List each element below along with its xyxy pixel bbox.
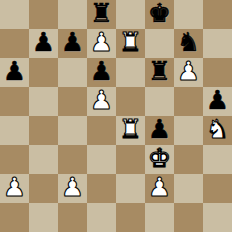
square-f1[interactable] [145,203,174,232]
piece-black-pawn[interactable]: ♟ [3,57,26,86]
square-b3[interactable] [29,145,58,174]
square-a5[interactable] [0,87,29,116]
piece-black-king[interactable]: ♚ [148,0,171,28]
square-b2[interactable] [29,174,58,203]
square-b5[interactable] [29,87,58,116]
square-e6[interactable] [116,58,145,87]
square-c1[interactable] [58,203,87,232]
piece-white-pawn[interactable]: ♟ [90,28,113,57]
piece-white-pawn[interactable]: ♟ [148,173,171,202]
square-a1[interactable] [0,203,29,232]
square-c8[interactable] [58,0,87,29]
square-g2[interactable] [174,174,203,203]
square-c4[interactable] [58,116,87,145]
square-e7[interactable]: ♜ [116,29,145,58]
square-h1[interactable] [203,203,232,232]
piece-white-knight[interactable]: ♞ [206,115,229,144]
square-g3[interactable] [174,145,203,174]
square-h5[interactable]: ♟ [203,87,232,116]
chess-board: ♜♚♟♟♟♜♞♟♟♜♟♟♟♜♟♞♚♟♟♟ [0,0,232,232]
square-h8[interactable] [203,0,232,29]
piece-white-king[interactable]: ♚ [148,144,171,173]
piece-white-pawn[interactable]: ♟ [177,57,200,86]
piece-black-pawn[interactable]: ♟ [206,86,229,115]
square-h6[interactable] [203,58,232,87]
square-a6[interactable]: ♟ [0,58,29,87]
square-d2[interactable] [87,174,116,203]
square-g1[interactable] [174,203,203,232]
square-c6[interactable] [58,58,87,87]
square-f7[interactable] [145,29,174,58]
square-g6[interactable]: ♟ [174,58,203,87]
square-f6[interactable]: ♜ [145,58,174,87]
piece-black-pawn[interactable]: ♟ [32,28,55,57]
square-a3[interactable] [0,145,29,174]
square-g5[interactable] [174,87,203,116]
square-f8[interactable]: ♚ [145,0,174,29]
square-f2[interactable]: ♟ [145,174,174,203]
square-e8[interactable] [116,0,145,29]
square-e5[interactable] [116,87,145,116]
piece-black-rook[interactable]: ♜ [90,0,113,28]
square-b8[interactable] [29,0,58,29]
piece-black-pawn[interactable]: ♟ [90,57,113,86]
piece-white-pawn[interactable]: ♟ [90,86,113,115]
square-f3[interactable]: ♚ [145,145,174,174]
square-c3[interactable] [58,145,87,174]
piece-black-knight[interactable]: ♞ [177,28,200,57]
square-e1[interactable] [116,203,145,232]
square-d4[interactable] [87,116,116,145]
square-e3[interactable] [116,145,145,174]
piece-white-pawn[interactable]: ♟ [61,173,84,202]
square-b6[interactable] [29,58,58,87]
square-c7[interactable]: ♟ [58,29,87,58]
square-a8[interactable] [0,0,29,29]
square-a7[interactable] [0,29,29,58]
piece-black-rook[interactable]: ♜ [148,57,171,86]
square-c5[interactable] [58,87,87,116]
square-c2[interactable]: ♟ [58,174,87,203]
square-g4[interactable] [174,116,203,145]
piece-white-pawn[interactable]: ♟ [3,173,26,202]
piece-white-rook[interactable]: ♜ [119,28,142,57]
piece-black-pawn[interactable]: ♟ [61,28,84,57]
square-h4[interactable]: ♞ [203,116,232,145]
square-d7[interactable]: ♟ [87,29,116,58]
square-d3[interactable] [87,145,116,174]
square-g8[interactable] [174,0,203,29]
square-d8[interactable]: ♜ [87,0,116,29]
square-f5[interactable] [145,87,174,116]
square-a2[interactable]: ♟ [0,174,29,203]
square-a4[interactable] [0,116,29,145]
square-h3[interactable] [203,145,232,174]
square-f4[interactable]: ♟ [145,116,174,145]
square-h7[interactable] [203,29,232,58]
square-b1[interactable] [29,203,58,232]
square-b7[interactable]: ♟ [29,29,58,58]
piece-black-pawn[interactable]: ♟ [148,115,171,144]
square-e4[interactable]: ♜ [116,116,145,145]
square-d1[interactable] [87,203,116,232]
square-b4[interactable] [29,116,58,145]
piece-white-rook[interactable]: ♜ [119,115,142,144]
square-e2[interactable] [116,174,145,203]
square-h2[interactable] [203,174,232,203]
square-d5[interactable]: ♟ [87,87,116,116]
square-d6[interactable]: ♟ [87,58,116,87]
square-g7[interactable]: ♞ [174,29,203,58]
